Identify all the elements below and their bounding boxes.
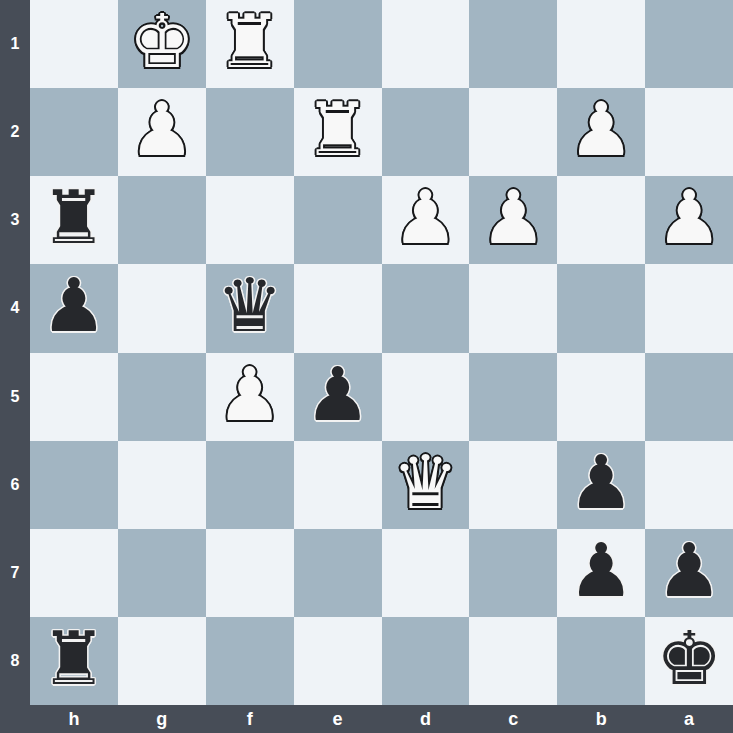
file-label-g: g: [118, 705, 206, 733]
white-rook-e2[interactable]: ♜: [304, 92, 370, 166]
square-h4[interactable]: ♟: [30, 264, 118, 352]
rank-label-2: 2: [0, 88, 30, 176]
square-g6[interactable]: [118, 441, 206, 529]
square-a1[interactable]: [645, 0, 733, 88]
square-h8[interactable]: ♜: [30, 617, 118, 705]
square-f4[interactable]: ♛: [206, 264, 294, 352]
square-h3[interactable]: ♜: [30, 176, 118, 264]
square-b6[interactable]: ♟: [557, 441, 645, 529]
square-b5[interactable]: [557, 353, 645, 441]
square-f6[interactable]: [206, 441, 294, 529]
rank-label-3: 3: [0, 176, 30, 264]
white-pawn-d3[interactable]: ♟: [392, 180, 458, 254]
square-e6[interactable]: [294, 441, 382, 529]
white-rook-f1[interactable]: ♜: [217, 4, 283, 78]
rank-label-8: 8: [0, 617, 30, 705]
square-e1[interactable]: [294, 0, 382, 88]
square-g4[interactable]: [118, 264, 206, 352]
square-f1[interactable]: ♜: [206, 0, 294, 88]
square-g2[interactable]: ♟: [118, 88, 206, 176]
square-c1[interactable]: [469, 0, 557, 88]
file-label-e: e: [294, 705, 382, 733]
square-f2[interactable]: [206, 88, 294, 176]
square-e3[interactable]: [294, 176, 382, 264]
square-b3[interactable]: [557, 176, 645, 264]
square-c7[interactable]: [469, 529, 557, 617]
file-label-h: h: [30, 705, 118, 733]
white-king-g1[interactable]: ♚: [129, 4, 195, 78]
corner-cell: [0, 705, 30, 733]
chess-board: 1♚♜2♟♜♟3♜♟♟♟4♟♛5♟♟6♛♟7♟♟8♜♚hgfedcba: [0, 0, 733, 733]
square-g7[interactable]: [118, 529, 206, 617]
square-b4[interactable]: [557, 264, 645, 352]
black-queen-f4[interactable]: ♛: [217, 268, 283, 342]
white-pawn-f5[interactable]: ♟: [217, 357, 283, 431]
rank-label-5: 5: [0, 353, 30, 441]
square-e8[interactable]: [294, 617, 382, 705]
white-pawn-c3[interactable]: ♟: [480, 180, 546, 254]
square-a6[interactable]: [645, 441, 733, 529]
square-f7[interactable]: [206, 529, 294, 617]
square-e2[interactable]: ♜: [294, 88, 382, 176]
square-b8[interactable]: [557, 617, 645, 705]
square-g8[interactable]: [118, 617, 206, 705]
black-pawn-h4[interactable]: ♟: [41, 268, 107, 342]
square-e4[interactable]: [294, 264, 382, 352]
file-label-c: c: [469, 705, 557, 733]
square-f5[interactable]: ♟: [206, 353, 294, 441]
square-a2[interactable]: [645, 88, 733, 176]
file-label-d: d: [382, 705, 470, 733]
square-a7[interactable]: ♟: [645, 529, 733, 617]
black-rook-h3[interactable]: ♜: [41, 180, 107, 254]
square-h1[interactable]: [30, 0, 118, 88]
square-h6[interactable]: [30, 441, 118, 529]
rank-label-4: 4: [0, 264, 30, 352]
square-g5[interactable]: [118, 353, 206, 441]
file-label-a: a: [645, 705, 733, 733]
rank-label-7: 7: [0, 529, 30, 617]
square-d5[interactable]: [382, 353, 470, 441]
white-pawn-b2[interactable]: ♟: [568, 92, 634, 166]
square-c8[interactable]: [469, 617, 557, 705]
rank-label-6: 6: [0, 441, 30, 529]
file-label-f: f: [206, 705, 294, 733]
white-pawn-a3[interactable]: ♟: [656, 180, 722, 254]
black-pawn-b6[interactable]: ♟: [568, 445, 634, 519]
black-rook-h8[interactable]: ♜: [41, 621, 107, 695]
white-queen-d6[interactable]: ♛: [392, 445, 458, 519]
square-h2[interactable]: [30, 88, 118, 176]
square-c6[interactable]: [469, 441, 557, 529]
square-d7[interactable]: [382, 529, 470, 617]
black-king-a8[interactable]: ♚: [656, 621, 722, 695]
square-b1[interactable]: [557, 0, 645, 88]
square-e7[interactable]: [294, 529, 382, 617]
square-d8[interactable]: [382, 617, 470, 705]
rank-label-1: 1: [0, 0, 30, 88]
square-c3[interactable]: ♟: [469, 176, 557, 264]
square-b2[interactable]: ♟: [557, 88, 645, 176]
square-c2[interactable]: [469, 88, 557, 176]
square-a5[interactable]: [645, 353, 733, 441]
square-g1[interactable]: ♚: [118, 0, 206, 88]
square-g3[interactable]: [118, 176, 206, 264]
square-a3[interactable]: ♟: [645, 176, 733, 264]
square-f8[interactable]: [206, 617, 294, 705]
square-d1[interactable]: [382, 0, 470, 88]
square-c5[interactable]: [469, 353, 557, 441]
square-d4[interactable]: [382, 264, 470, 352]
square-h5[interactable]: [30, 353, 118, 441]
square-a4[interactable]: [645, 264, 733, 352]
file-label-b: b: [557, 705, 645, 733]
square-f3[interactable]: [206, 176, 294, 264]
square-b7[interactable]: ♟: [557, 529, 645, 617]
square-d6[interactable]: ♛: [382, 441, 470, 529]
square-c4[interactable]: [469, 264, 557, 352]
square-d2[interactable]: [382, 88, 470, 176]
chess-diagram: 1♚♜2♟♜♟3♜♟♟♟4♟♛5♟♟6♛♟7♟♟8♜♚hgfedcba: [0, 0, 733, 733]
square-a8[interactable]: ♚: [645, 617, 733, 705]
black-pawn-a7[interactable]: ♟: [656, 533, 722, 607]
square-e5[interactable]: ♟: [294, 353, 382, 441]
black-pawn-b7[interactable]: ♟: [568, 533, 634, 607]
square-d3[interactable]: ♟: [382, 176, 470, 264]
square-h7[interactable]: [30, 529, 118, 617]
white-pawn-g2[interactable]: ♟: [129, 92, 195, 166]
black-pawn-e5[interactable]: ♟: [304, 357, 370, 431]
